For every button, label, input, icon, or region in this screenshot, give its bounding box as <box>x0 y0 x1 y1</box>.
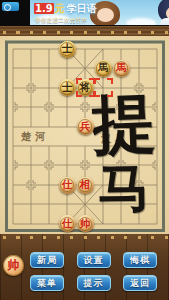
ad-price-unit: 元 <box>55 3 65 14</box>
red-horse[interactable]: 馬 <box>113 60 130 77</box>
stud-row-top <box>3 31 169 34</box>
hint-button[interactable]: 提示 <box>77 275 111 291</box>
ad-banner-bar: 1.9元学日语 带你走进二次元世界 <box>0 0 169 26</box>
boy-shirt <box>160 18 169 25</box>
button-row-2: 菜单 提示 返回 <box>30 275 157 291</box>
black-advisor[interactable]: 士 <box>59 79 76 96</box>
ad-logo-icon <box>2 2 19 11</box>
button-row-1: 新局 设置 悔棋 <box>30 252 157 268</box>
cloud-shape <box>126 18 156 25</box>
ad-subline: 带你走进二次元世界 <box>35 16 87 24</box>
ad-price: 1.9 <box>34 3 54 14</box>
player-side-badge: 帅 <box>3 255 24 276</box>
ad-headline: 1.9元学日语 <box>34 3 97 14</box>
black-horse[interactable]: 馬 <box>95 60 112 77</box>
ad-title: 学日语 <box>67 3 97 14</box>
girl-face <box>97 8 114 22</box>
xiangqi-board[interactable]: 士馬馬士将兵仕相仕帅 <box>4 39 166 233</box>
ad-banner[interactable]: 1.9元学日语 带你走进二次元世界 <box>30 0 169 25</box>
red-advisor[interactable]: 仕 <box>59 215 76 232</box>
stud-row-bottom <box>3 236 169 239</box>
red-general[interactable]: 帅 <box>77 215 94 232</box>
black-general[interactable]: 将 <box>77 79 94 96</box>
red-soldier[interactable]: 兵 <box>77 118 94 135</box>
xiangqi-app-screen: 1.9元学日语 带你走进二次元世界 楚河 汉界 提 马 士馬馬士将兵仕相仕帅 帅… <box>0 0 169 300</box>
last-move-marker <box>94 78 113 97</box>
new-game-button[interactable]: 新局 <box>30 252 64 268</box>
menu-button[interactable]: 菜单 <box>30 275 64 291</box>
black-advisor[interactable]: 士 <box>59 41 76 58</box>
settings-button[interactable]: 设置 <box>77 252 111 268</box>
red-elephant[interactable]: 相 <box>77 177 94 194</box>
back-button[interactable]: 返回 <box>123 275 157 291</box>
undo-button[interactable]: 悔棋 <box>123 252 157 268</box>
red-advisor[interactable]: 仕 <box>59 177 76 194</box>
